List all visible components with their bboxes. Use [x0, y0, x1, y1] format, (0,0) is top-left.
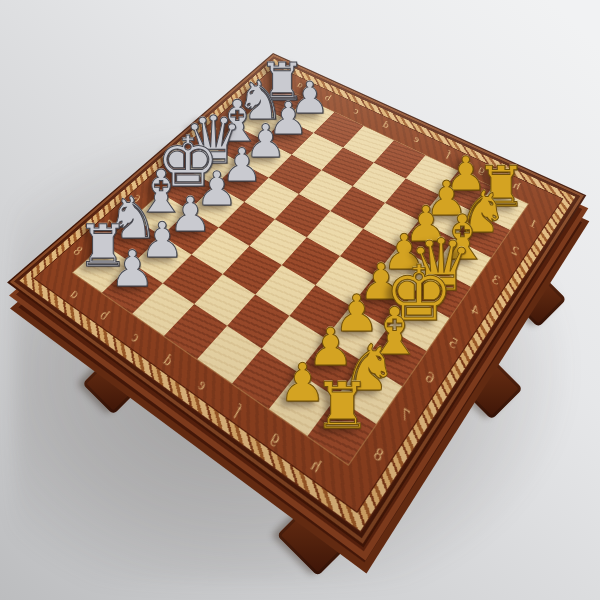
photo-canvas: 11aa22bb33cc44dd55ee66ff77gg88hh ♜♞♝♛♚♝♞… — [0, 0, 600, 600]
chess-board: 11aa22bb33cc44dd55ee66ff77gg88hh — [0, 0, 600, 600]
